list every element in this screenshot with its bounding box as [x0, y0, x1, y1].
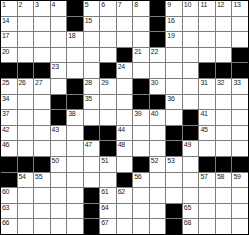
cell-r3c12[interactable]	[183, 32, 199, 47]
black-square-r12c1	[1, 173, 17, 188]
cell-r10c5[interactable]	[67, 141, 83, 156]
cell-r7c6[interactable]: 35	[84, 95, 100, 110]
clue-number-28: 28	[85, 79, 92, 87]
cell-r13c8[interactable]: 62	[117, 188, 133, 203]
cell-r3c2[interactable]	[18, 32, 34, 47]
clue-number-25: 25	[2, 79, 9, 87]
clue-number-58: 58	[217, 173, 224, 181]
cell-r15c14[interactable]	[216, 219, 232, 234]
cell-r15c9[interactable]	[133, 219, 149, 234]
cell-r8c3[interactable]	[34, 110, 50, 125]
crossword-grid: 1234567891011121314151617181920212223242…	[0, 0, 249, 235]
clue-number-18: 18	[68, 32, 75, 40]
cell-r5c11[interactable]	[166, 63, 182, 78]
clue-number-60: 60	[2, 188, 9, 196]
cell-r12c3[interactable]: 55	[34, 173, 50, 188]
clue-number-1: 1	[2, 1, 6, 9]
cell-r1c13[interactable]: 11	[199, 1, 215, 16]
cell-r13c15[interactable]	[232, 188, 248, 203]
cell-r2c6[interactable]: 15	[84, 17, 100, 32]
cell-r8c11[interactable]	[166, 110, 182, 125]
cell-r5c6[interactable]	[84, 63, 100, 78]
clue-number-50: 50	[52, 157, 59, 165]
clue-number-55: 55	[35, 173, 42, 181]
clue-number-12: 12	[217, 1, 224, 9]
cell-r13c5[interactable]	[67, 188, 83, 203]
clue-number-40: 40	[151, 110, 158, 118]
cell-r4c7[interactable]	[100, 48, 116, 63]
cell-r4c14[interactable]	[216, 48, 232, 63]
cell-r9c8[interactable]: 44	[117, 126, 133, 141]
cell-r2c13[interactable]	[199, 17, 215, 32]
cell-r10c15[interactable]	[232, 141, 248, 156]
clue-number-66: 66	[2, 219, 9, 227]
cell-r7c13[interactable]	[199, 95, 215, 110]
cell-r5c10[interactable]	[150, 63, 166, 78]
cell-r1c8[interactable]: 7	[117, 1, 133, 16]
clue-number-16: 16	[167, 17, 174, 25]
cell-r5c4[interactable]: 23	[51, 63, 67, 78]
cell-r10c6[interactable]: 47	[84, 141, 100, 156]
cell-r6c14[interactable]: 32	[216, 79, 232, 94]
clue-number-30: 30	[151, 79, 158, 87]
black-square-r7c10	[150, 95, 166, 110]
cell-r1c11[interactable]: 9	[166, 1, 182, 16]
cell-r8c15[interactable]	[232, 110, 248, 125]
clue-number-34: 34	[2, 95, 9, 103]
cell-r3c6[interactable]	[84, 32, 100, 47]
black-square-r6c9	[133, 79, 149, 94]
cell-r3c3[interactable]	[34, 32, 50, 47]
cell-r12c2[interactable]: 54	[18, 173, 34, 188]
clue-number-24: 24	[118, 63, 125, 71]
clue-number-4: 4	[52, 1, 56, 9]
cell-r11c6[interactable]	[84, 157, 100, 172]
cell-r8c2[interactable]	[18, 110, 34, 125]
cell-r15c2[interactable]	[18, 219, 34, 234]
cell-r12c6[interactable]	[84, 173, 100, 188]
cell-r8c6[interactable]	[84, 110, 100, 125]
clue-number-3: 3	[35, 1, 39, 9]
black-square-r9c7	[100, 126, 116, 141]
cell-r13c7[interactable]: 61	[100, 188, 116, 203]
cell-r14c14[interactable]	[216, 204, 232, 219]
cell-r15c8[interactable]	[117, 219, 133, 234]
cell-r9c1[interactable]: 42	[1, 126, 17, 141]
cell-r1c1[interactable]: 1	[1, 1, 17, 16]
cell-r6c6[interactable]: 28	[84, 79, 100, 94]
clue-number-26: 26	[19, 79, 26, 87]
cell-r3c7[interactable]	[100, 32, 116, 47]
black-square-r11c9	[133, 157, 149, 172]
black-square-r8c12	[183, 110, 199, 125]
clue-number-10: 10	[184, 1, 191, 9]
cell-r7c1[interactable]: 34	[1, 95, 17, 110]
cell-r14c13[interactable]	[199, 204, 215, 219]
cell-r1c2[interactable]: 2	[18, 1, 34, 16]
cell-r13c2[interactable]	[18, 188, 34, 203]
cell-r3c4[interactable]	[51, 32, 67, 47]
cell-r2c3[interactable]	[34, 17, 50, 32]
cell-r1c7[interactable]: 6	[100, 1, 116, 16]
cell-r2c14[interactable]	[216, 17, 232, 32]
clue-number-27: 27	[35, 79, 42, 87]
clue-number-43: 43	[52, 126, 59, 134]
cell-r15c3[interactable]	[34, 219, 50, 234]
cell-r4c2[interactable]	[18, 48, 34, 63]
cell-r2c4[interactable]	[51, 17, 67, 32]
cell-r9c14[interactable]	[216, 126, 232, 141]
cell-r9c15[interactable]	[232, 126, 248, 141]
cell-r1c9[interactable]: 8	[133, 1, 149, 16]
cell-r12c14[interactable]: 58	[216, 173, 232, 188]
clue-number-51: 51	[101, 157, 108, 165]
cell-r6c15[interactable]: 33	[232, 79, 248, 94]
cell-r8c14[interactable]	[216, 110, 232, 125]
cell-r12c9[interactable]: 56	[133, 173, 149, 188]
black-square-r11c3	[34, 157, 50, 172]
cell-r13c13[interactable]	[199, 188, 215, 203]
black-square-r1c5	[67, 1, 83, 16]
cell-r13c10[interactable]	[150, 188, 166, 203]
cell-r3c9[interactable]	[133, 32, 149, 47]
black-square-r9c12	[183, 126, 199, 141]
cell-r2c8[interactable]	[117, 17, 133, 32]
black-square-r10c7	[100, 141, 116, 156]
cell-r7c15[interactable]	[232, 95, 248, 110]
cell-r6c2[interactable]: 26	[18, 79, 34, 94]
black-square-r14c11	[166, 204, 182, 219]
black-square-r4c15	[232, 48, 248, 63]
clue-number-17: 17	[2, 32, 9, 40]
cell-r8c1[interactable]: 37	[1, 110, 17, 125]
cell-r15c13[interactable]	[199, 219, 215, 234]
cell-r10c13[interactable]	[199, 141, 215, 156]
cell-r11c7[interactable]: 51	[100, 157, 116, 172]
cell-r3c5[interactable]: 18	[67, 32, 83, 47]
cell-r11c5[interactable]	[67, 157, 83, 172]
cell-r10c3[interactable]	[34, 141, 50, 156]
black-square-r11c14	[216, 157, 232, 172]
cell-r13c3[interactable]	[34, 188, 50, 203]
clue-number-56: 56	[134, 173, 141, 181]
cell-r5c9[interactable]	[133, 63, 149, 78]
cell-r9c10[interactable]	[150, 126, 166, 141]
cell-r1c14[interactable]: 12	[216, 1, 232, 16]
clue-number-41: 41	[200, 110, 207, 118]
clue-number-14: 14	[2, 17, 9, 25]
cell-r3c11[interactable]: 19	[166, 32, 182, 47]
clue-number-52: 52	[151, 157, 158, 165]
cell-r3c13[interactable]	[199, 32, 215, 47]
cell-r10c2[interactable]	[18, 141, 34, 156]
black-square-r9c11	[166, 126, 182, 141]
cell-r8c13[interactable]: 41	[199, 110, 215, 125]
cell-r1c4[interactable]: 4	[51, 1, 67, 16]
cell-r4c4[interactable]	[51, 48, 67, 63]
cell-r7c2[interactable]	[18, 95, 34, 110]
clue-number-31: 31	[200, 79, 207, 87]
black-square-r14c6	[84, 204, 100, 219]
cell-r15c4[interactable]	[51, 219, 67, 234]
clue-number-9: 9	[167, 1, 171, 9]
cell-r11c11[interactable]: 53	[166, 157, 182, 172]
cell-r11c12[interactable]	[183, 157, 199, 172]
cell-r2c12[interactable]	[183, 17, 199, 32]
cell-r5c12[interactable]	[183, 63, 199, 78]
cell-r7c14[interactable]	[216, 95, 232, 110]
cell-r2c9[interactable]	[133, 17, 149, 32]
cell-r13c11[interactable]	[166, 188, 182, 203]
cell-r10c14[interactable]	[216, 141, 232, 156]
cell-r8c9[interactable]: 39	[133, 110, 149, 125]
cell-r12c15[interactable]: 59	[232, 173, 248, 188]
cell-r14c5[interactable]	[67, 204, 83, 219]
cell-r10c12[interactable]: 49	[183, 141, 199, 156]
clue-number-35: 35	[85, 95, 92, 103]
cell-r14c3[interactable]	[34, 204, 50, 219]
cell-r10c9[interactable]	[133, 141, 149, 156]
black-square-r3c10	[150, 32, 166, 47]
cell-r15c12[interactable]: 68	[183, 219, 199, 234]
black-square-r11c1	[1, 157, 17, 172]
clue-number-63: 63	[2, 204, 9, 212]
cell-r15c15[interactable]	[232, 219, 248, 234]
cell-r7c7[interactable]	[100, 95, 116, 110]
cell-r4c6[interactable]	[84, 48, 100, 63]
clue-number-65: 65	[184, 204, 191, 212]
cell-r7c12[interactable]	[183, 95, 199, 110]
cell-r2c11[interactable]: 16	[166, 17, 182, 32]
clue-number-8: 8	[134, 1, 138, 9]
black-square-r2c10	[150, 17, 166, 32]
cell-r1c12[interactable]: 10	[183, 1, 199, 16]
clue-number-7: 7	[118, 1, 122, 9]
clue-number-67: 67	[101, 219, 108, 227]
black-square-r12c8	[117, 173, 133, 188]
clue-number-62: 62	[118, 188, 125, 196]
cell-r10c4[interactable]	[51, 141, 67, 156]
black-square-r8c4	[51, 110, 67, 125]
clue-number-57: 57	[200, 173, 207, 181]
clue-number-37: 37	[2, 110, 9, 118]
cell-r12c4[interactable]	[51, 173, 67, 188]
cell-r6c13[interactable]: 31	[199, 79, 215, 94]
cell-r6c12[interactable]	[183, 79, 199, 94]
cell-r6c11[interactable]	[166, 79, 182, 94]
clue-number-22: 22	[151, 48, 158, 56]
clue-number-64: 64	[101, 204, 108, 212]
clue-number-5: 5	[85, 1, 89, 9]
cell-r3c14[interactable]	[216, 32, 232, 47]
black-square-r5c2	[18, 63, 34, 78]
black-square-r15c6	[84, 219, 100, 234]
cell-r1c3[interactable]: 3	[34, 1, 50, 16]
clue-number-29: 29	[101, 79, 108, 87]
black-square-r5c14	[216, 63, 232, 78]
clue-number-6: 6	[101, 1, 105, 9]
black-square-r2c5	[67, 17, 83, 32]
cell-r7c3[interactable]	[34, 95, 50, 110]
cell-r12c11[interactable]	[166, 173, 182, 188]
cell-r9c4[interactable]: 43	[51, 126, 67, 141]
cell-r7c8[interactable]	[117, 95, 133, 110]
black-square-r6c5	[67, 79, 83, 94]
cell-r3c8[interactable]	[117, 32, 133, 47]
cell-r2c1[interactable]: 14	[1, 17, 17, 32]
cell-r9c5[interactable]	[67, 126, 83, 141]
cell-r5c5[interactable]	[67, 63, 83, 78]
cell-r9c13[interactable]: 45	[199, 126, 215, 141]
cell-r3c15[interactable]	[232, 32, 248, 47]
black-square-r7c4	[51, 95, 67, 110]
cell-r6c8[interactable]	[117, 79, 133, 94]
black-square-r11c2	[18, 157, 34, 172]
cell-r10c1[interactable]: 46	[1, 141, 17, 156]
cell-r14c10[interactable]	[150, 204, 166, 219]
black-square-r7c9	[133, 95, 149, 110]
cell-r13c1[interactable]: 60	[1, 188, 17, 203]
black-square-r11c13	[199, 157, 215, 172]
cell-r7c11[interactable]: 36	[166, 95, 182, 110]
clue-number-13: 13	[233, 1, 240, 9]
black-square-r9c6	[84, 126, 100, 141]
clue-number-19: 19	[167, 32, 174, 40]
clue-number-11: 11	[200, 1, 207, 9]
clue-number-38: 38	[68, 110, 75, 118]
cell-r6c7[interactable]: 29	[100, 79, 116, 94]
clue-number-32: 32	[217, 79, 224, 87]
cell-r14c2[interactable]	[18, 204, 34, 219]
cell-r4c12[interactable]	[183, 48, 199, 63]
black-square-r5c3	[34, 63, 50, 78]
clue-number-61: 61	[101, 188, 108, 196]
cell-r15c7[interactable]: 67	[100, 219, 116, 234]
cell-r11c4[interactable]: 50	[51, 157, 67, 172]
clue-number-2: 2	[19, 1, 23, 9]
cell-r14c12[interactable]: 65	[183, 204, 199, 219]
cell-r4c10[interactable]: 22	[150, 48, 166, 63]
black-square-r7c5	[67, 95, 83, 110]
clue-number-47: 47	[85, 141, 92, 149]
cell-r10c10[interactable]	[150, 141, 166, 156]
cell-r6c4[interactable]	[51, 79, 67, 94]
cell-r14c8[interactable]	[117, 204, 133, 219]
cell-r6c3[interactable]: 27	[34, 79, 50, 94]
cell-r9c9[interactable]	[133, 126, 149, 141]
clue-number-42: 42	[2, 126, 9, 134]
black-square-r5c7	[100, 63, 116, 78]
cell-r13c4[interactable]	[51, 188, 67, 203]
cell-r14c1[interactable]: 63	[1, 204, 17, 219]
black-square-r11c15	[232, 157, 248, 172]
cell-r14c7[interactable]: 64	[100, 204, 116, 219]
cell-r8c5[interactable]: 38	[67, 110, 83, 125]
cell-r15c10[interactable]	[150, 219, 166, 234]
cell-r15c5[interactable]	[67, 219, 83, 234]
cell-r4c9[interactable]: 21	[133, 48, 149, 63]
black-square-r5c1	[1, 63, 17, 78]
cell-r14c15[interactable]	[232, 204, 248, 219]
cell-r15c1[interactable]: 66	[1, 219, 17, 234]
black-square-r1c10	[150, 1, 166, 16]
clue-number-54: 54	[19, 173, 26, 181]
cell-r3c1[interactable]: 17	[1, 32, 17, 47]
cell-r12c12[interactable]	[183, 173, 199, 188]
clue-number-68: 68	[184, 219, 191, 227]
clue-number-44: 44	[118, 126, 125, 134]
cell-r14c9[interactable]	[133, 204, 149, 219]
clue-number-53: 53	[167, 157, 174, 165]
cell-r10c8[interactable]: 48	[117, 141, 133, 156]
black-square-r5c15	[232, 63, 248, 78]
cell-r8c8[interactable]	[117, 110, 133, 125]
cell-r4c5[interactable]	[67, 48, 83, 63]
cell-r13c14[interactable]	[216, 188, 232, 203]
clue-number-21: 21	[134, 48, 141, 56]
cell-r9c3[interactable]	[34, 126, 50, 141]
cell-r4c13[interactable]	[199, 48, 215, 63]
black-square-r15c11	[166, 219, 182, 234]
cell-r11c8[interactable]	[117, 157, 133, 172]
cell-r2c7[interactable]	[100, 17, 116, 32]
clue-number-59: 59	[233, 173, 240, 181]
cell-r12c7[interactable]	[100, 173, 116, 188]
cell-r2c15[interactable]	[232, 17, 248, 32]
cell-r12c5[interactable]	[67, 173, 83, 188]
clue-number-36: 36	[167, 95, 174, 103]
cell-r4c11[interactable]	[166, 48, 182, 63]
cell-r13c9[interactable]	[133, 188, 149, 203]
cell-r1c6[interactable]: 5	[84, 1, 100, 16]
cell-r8c10[interactable]: 40	[150, 110, 166, 125]
black-square-r4c8	[117, 48, 133, 63]
cell-r9c2[interactable]	[18, 126, 34, 141]
cell-r4c3[interactable]	[34, 48, 50, 63]
cell-r5c8[interactable]: 24	[117, 63, 133, 78]
clue-number-15: 15	[85, 17, 92, 25]
black-square-r5c13	[199, 63, 215, 78]
cell-r2c2[interactable]	[18, 17, 34, 32]
cell-r12c10[interactable]	[150, 173, 166, 188]
cell-r6c1[interactable]: 25	[1, 79, 17, 94]
clue-number-48: 48	[118, 141, 125, 149]
clue-number-49: 49	[184, 141, 191, 149]
cell-r11c10[interactable]: 52	[150, 157, 166, 172]
cell-r13c12[interactable]	[183, 188, 199, 203]
black-square-r10c11	[166, 141, 182, 156]
cell-r12c13[interactable]: 57	[199, 173, 215, 188]
clue-number-33: 33	[233, 79, 240, 87]
clue-number-39: 39	[134, 110, 141, 118]
clue-number-46: 46	[2, 141, 9, 149]
cell-r6c10[interactable]: 30	[150, 79, 166, 94]
cell-r4c1[interactable]: 20	[1, 48, 17, 63]
black-square-r13c6	[84, 188, 100, 203]
cell-r8c7[interactable]	[100, 110, 116, 125]
clue-number-23: 23	[52, 63, 59, 71]
cell-r1c15[interactable]: 13	[232, 1, 248, 16]
clue-number-45: 45	[200, 126, 207, 134]
cell-r14c4[interactable]	[51, 204, 67, 219]
clue-number-20: 20	[2, 48, 9, 56]
